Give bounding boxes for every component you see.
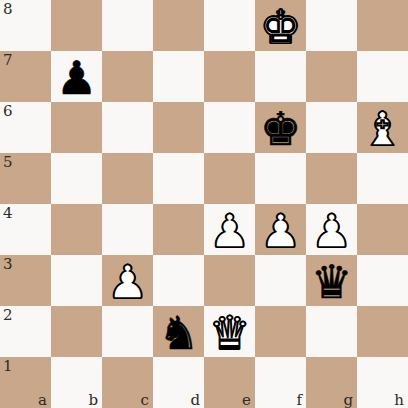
square-b7[interactable]: ♟ <box>51 51 102 102</box>
square-b6[interactable] <box>51 102 102 153</box>
square-h3[interactable] <box>357 255 408 306</box>
square-h4[interactable] <box>357 204 408 255</box>
square-e3[interactable] <box>204 255 255 306</box>
square-c7[interactable] <box>102 51 153 102</box>
rank-label-4: 4 <box>3 206 13 221</box>
piece-white-bishop[interactable]: ♝ <box>362 106 403 152</box>
square-d8[interactable] <box>153 0 204 51</box>
square-g1[interactable]: g <box>306 357 357 408</box>
square-g6[interactable] <box>306 102 357 153</box>
square-d3[interactable] <box>153 255 204 306</box>
square-a4[interactable]: 4 <box>0 204 51 255</box>
rank-label-2: 2 <box>3 308 13 323</box>
square-g5[interactable] <box>306 153 357 204</box>
square-g3[interactable]: ♛ <box>306 255 357 306</box>
piece-black-queen[interactable]: ♛ <box>311 259 352 305</box>
square-a1[interactable]: 1a <box>0 357 51 408</box>
square-d6[interactable] <box>153 102 204 153</box>
rank-label-1: 1 <box>3 359 13 374</box>
square-c6[interactable] <box>102 102 153 153</box>
square-e1[interactable]: e <box>204 357 255 408</box>
file-label-g: g <box>343 393 353 408</box>
square-d5[interactable] <box>153 153 204 204</box>
square-e8[interactable] <box>204 0 255 51</box>
square-a7[interactable]: 7 <box>0 51 51 102</box>
square-c1[interactable]: c <box>102 357 153 408</box>
piece-black-knight[interactable]: ♞ <box>158 310 199 356</box>
square-b3[interactable] <box>51 255 102 306</box>
square-h7[interactable] <box>357 51 408 102</box>
piece-white-pawn[interactable]: ♟ <box>209 208 250 254</box>
file-label-e: e <box>242 393 251 408</box>
chess-board: 8♚7♟6♚♝54♟♟♟3♟♛2♞♛1abcdefgh <box>0 0 408 408</box>
square-f2[interactable] <box>255 306 306 357</box>
file-label-a: a <box>38 393 47 408</box>
file-label-c: c <box>141 393 149 408</box>
square-b8[interactable] <box>51 0 102 51</box>
piece-white-pawn[interactable]: ♟ <box>260 208 301 254</box>
square-f3[interactable] <box>255 255 306 306</box>
square-g7[interactable] <box>306 51 357 102</box>
square-f6[interactable]: ♚ <box>255 102 306 153</box>
file-label-b: b <box>88 393 98 408</box>
square-f7[interactable] <box>255 51 306 102</box>
rank-label-5: 5 <box>3 155 13 170</box>
square-b5[interactable] <box>51 153 102 204</box>
square-a6[interactable]: 6 <box>0 102 51 153</box>
square-d7[interactable] <box>153 51 204 102</box>
piece-white-queen[interactable]: ♛ <box>209 310 250 356</box>
square-h2[interactable] <box>357 306 408 357</box>
square-c4[interactable] <box>102 204 153 255</box>
square-h5[interactable] <box>357 153 408 204</box>
square-h1[interactable]: h <box>357 357 408 408</box>
square-f1[interactable]: f <box>255 357 306 408</box>
square-c2[interactable] <box>102 306 153 357</box>
square-e4[interactable]: ♟ <box>204 204 255 255</box>
file-label-d: d <box>190 393 200 408</box>
square-f4[interactable]: ♟ <box>255 204 306 255</box>
piece-white-pawn[interactable]: ♟ <box>107 259 148 305</box>
square-e6[interactable] <box>204 102 255 153</box>
rank-label-6: 6 <box>3 104 13 119</box>
square-c5[interactable] <box>102 153 153 204</box>
square-e5[interactable] <box>204 153 255 204</box>
square-d2[interactable]: ♞ <box>153 306 204 357</box>
square-g4[interactable]: ♟ <box>306 204 357 255</box>
square-c3[interactable]: ♟ <box>102 255 153 306</box>
square-f5[interactable] <box>255 153 306 204</box>
piece-white-king[interactable]: ♚ <box>260 4 301 50</box>
square-b4[interactable] <box>51 204 102 255</box>
square-a3[interactable]: 3 <box>0 255 51 306</box>
square-g8[interactable] <box>306 0 357 51</box>
square-a5[interactable]: 5 <box>0 153 51 204</box>
rank-label-8: 8 <box>3 2 13 17</box>
piece-black-king[interactable]: ♚ <box>260 106 301 152</box>
file-label-h: h <box>394 393 404 408</box>
square-c8[interactable] <box>102 0 153 51</box>
square-b1[interactable]: b <box>51 357 102 408</box>
piece-white-pawn[interactable]: ♟ <box>311 208 352 254</box>
square-d1[interactable]: d <box>153 357 204 408</box>
piece-black-pawn[interactable]: ♟ <box>56 55 97 101</box>
square-b2[interactable] <box>51 306 102 357</box>
rank-label-3: 3 <box>3 257 13 272</box>
square-e2[interactable]: ♛ <box>204 306 255 357</box>
square-h6[interactable]: ♝ <box>357 102 408 153</box>
square-h8[interactable] <box>357 0 408 51</box>
square-d4[interactable] <box>153 204 204 255</box>
square-e7[interactable] <box>204 51 255 102</box>
square-f8[interactable]: ♚ <box>255 0 306 51</box>
square-g2[interactable] <box>306 306 357 357</box>
square-a8[interactable]: 8 <box>0 0 51 51</box>
file-label-f: f <box>296 393 302 408</box>
rank-label-7: 7 <box>3 53 13 68</box>
square-a2[interactable]: 2 <box>0 306 51 357</box>
